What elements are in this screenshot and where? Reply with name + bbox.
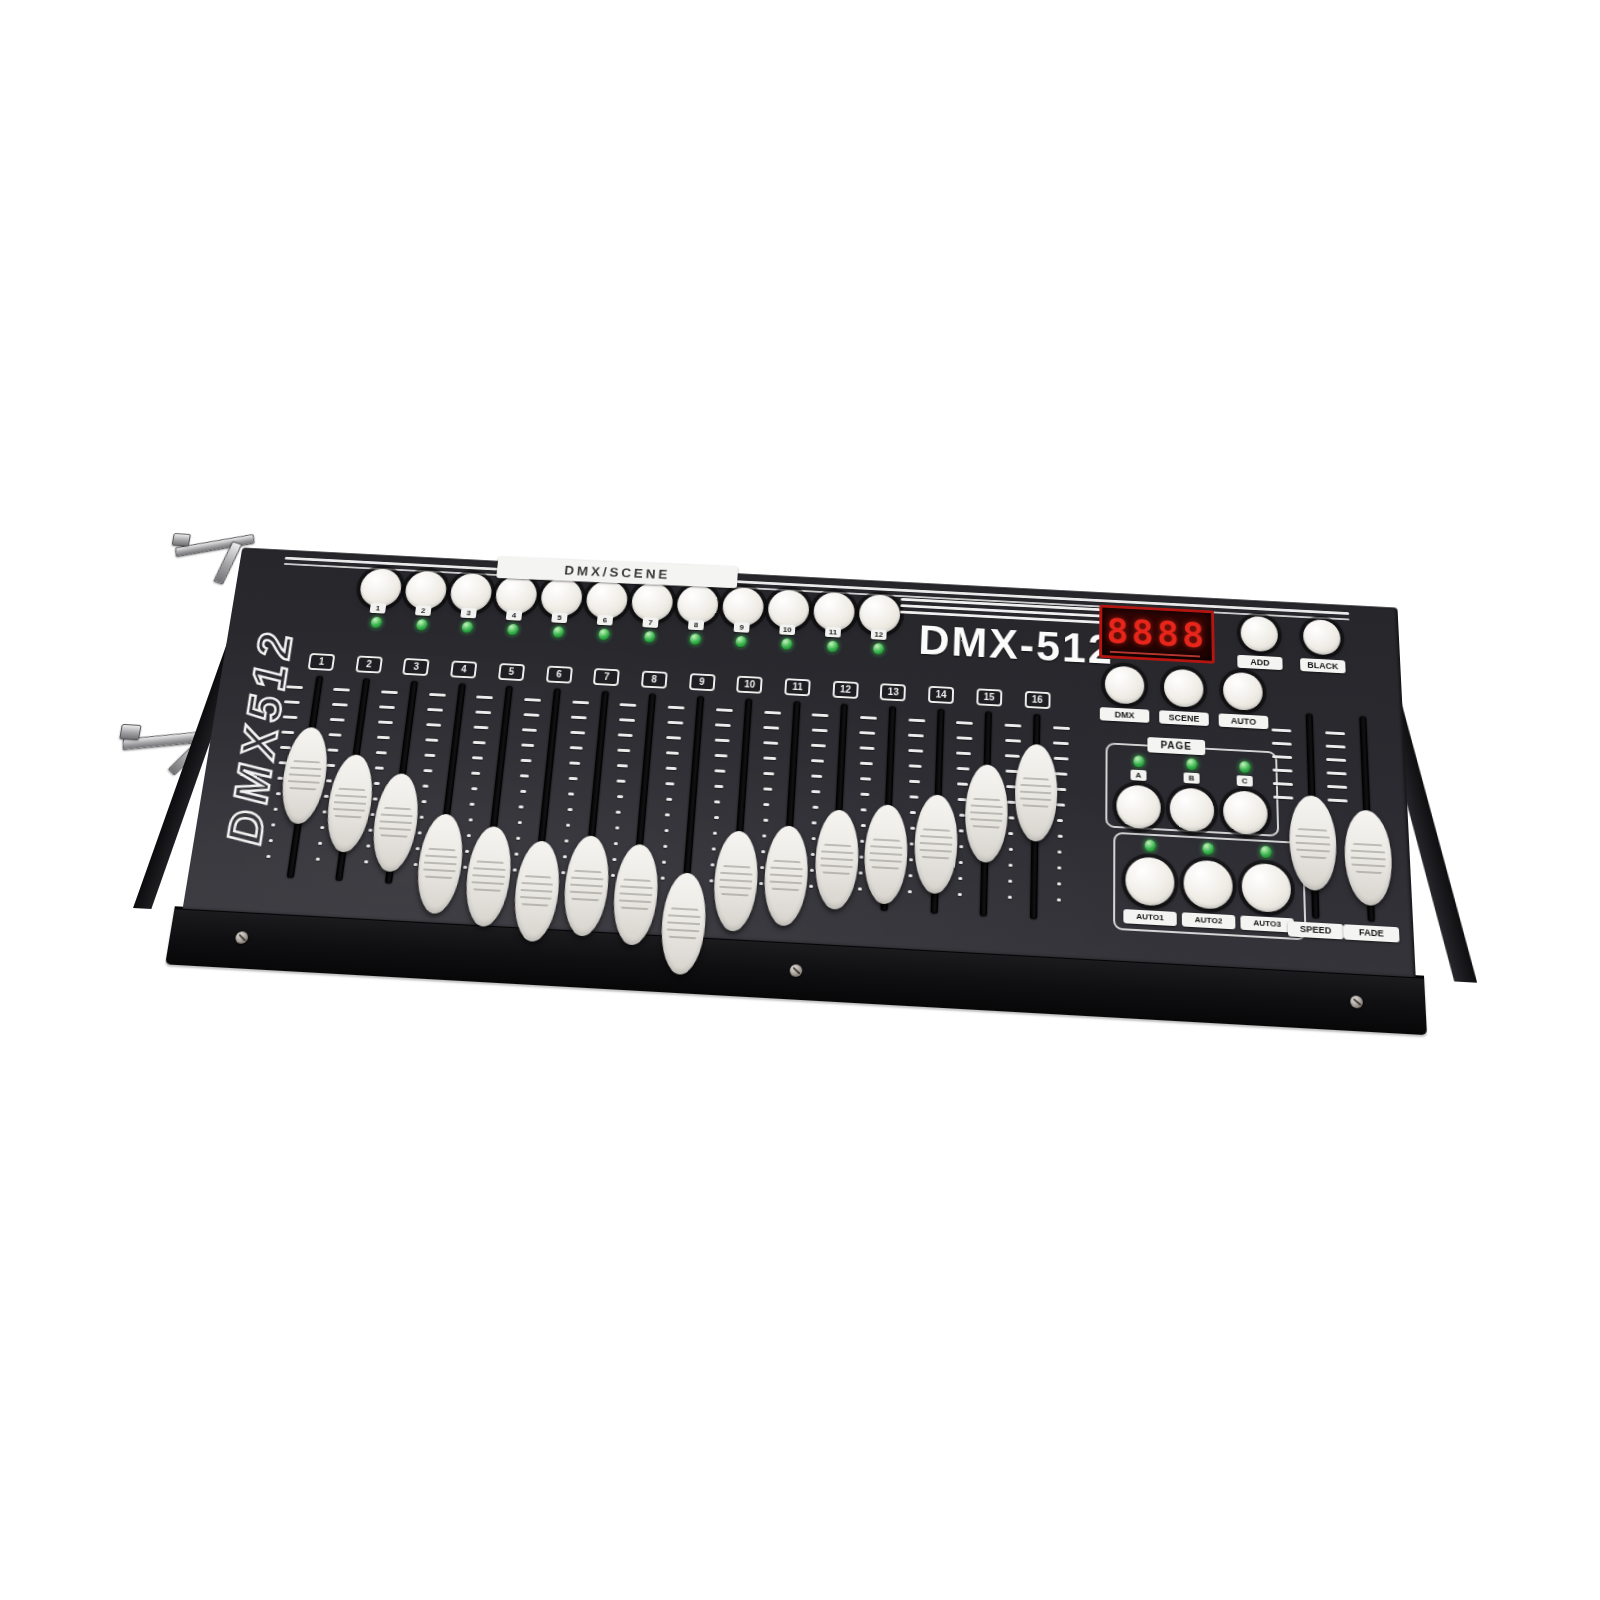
scene-number-chip: 9 — [734, 622, 750, 633]
green-led-icon — [506, 624, 518, 636]
fader-track[interactable] — [286, 676, 323, 879]
channel-number-chip: 12 — [832, 681, 858, 699]
auto-key-column: AUTO1 — [1123, 838, 1176, 926]
mode-scene-button[interactable] — [1164, 668, 1204, 707]
fader-track[interactable] — [632, 693, 657, 897]
mode-auto-button[interactable] — [1223, 672, 1263, 711]
scene-button-column: 3 — [445, 573, 495, 634]
channel-fader-column: 15 — [959, 688, 1013, 918]
add-button-label: ADD — [1237, 655, 1282, 670]
auto1-button[interactable] — [1125, 856, 1174, 907]
speed-fader-cap[interactable] — [1288, 794, 1338, 891]
auto3-label: AUTO3 — [1240, 915, 1294, 932]
scene-number-chip: 8 — [688, 620, 704, 631]
channel-number-chip: 14 — [928, 686, 954, 704]
auto-key-column: AUTO2 — [1181, 841, 1235, 929]
green-led-icon — [735, 636, 746, 648]
fader-track[interactable] — [582, 691, 608, 895]
add-button[interactable] — [1240, 616, 1278, 653]
display-digits: 8888 — [1102, 610, 1212, 656]
scene-flash-button[interactable] — [767, 589, 810, 629]
scene-flash-button[interactable] — [358, 568, 404, 608]
scene-flash-button[interactable] — [539, 577, 583, 617]
master-fader-column: SPEED — [1282, 712, 1344, 939]
auto3-button[interactable] — [1241, 862, 1291, 913]
channel-number-chip: 11 — [784, 678, 811, 696]
green-led-icon — [415, 619, 427, 631]
scene-button-column: 2 — [399, 570, 449, 631]
mode-dmx-label: DMX — [1100, 707, 1150, 723]
scene-button-column: 11 — [810, 592, 856, 653]
mode-auto-label: AUTO — [1219, 713, 1269, 729]
mode-dmx-button[interactable] — [1105, 665, 1145, 704]
page-key-chip: B — [1184, 772, 1200, 783]
auto1-label: AUTO1 — [1123, 909, 1176, 926]
control-panel: DMX512 DMX/SCENE 123456789101112 DMX-512… — [183, 547, 1416, 977]
fader-cap[interactable] — [1014, 743, 1058, 842]
scene-button-column: 9 — [719, 587, 766, 648]
scene-number-chip: 3 — [460, 608, 477, 619]
scene-button-column: 7 — [627, 582, 675, 643]
fader-track[interactable] — [831, 704, 849, 909]
speed-fader-label: SPEED — [1288, 921, 1344, 939]
mode-button-column: AUTO — [1218, 671, 1269, 729]
scene-flash-button[interactable] — [813, 592, 856, 632]
channel-number-chip: 4 — [450, 661, 477, 679]
fader-cap[interactable] — [762, 825, 811, 927]
channel-number-chip: 9 — [689, 673, 716, 691]
screw-icon — [235, 931, 249, 944]
mode-button-column: SCENE — [1159, 668, 1209, 726]
scene-number-chip: 11 — [825, 627, 841, 638]
seven-segment-display: 8888 — [1099, 605, 1215, 664]
scene-button-column: 10 — [765, 589, 811, 650]
scene-number-chip: 1 — [370, 603, 387, 614]
green-led-icon — [689, 633, 701, 645]
dmx-controller: DMX512 DMX/SCENE 123456789101112 DMX-512… — [174, 547, 1419, 1031]
green-led-icon — [1144, 839, 1155, 851]
page-group-label: PAGE — [1147, 737, 1205, 755]
scene-button-column: 8 — [673, 584, 720, 645]
channel-fader-column: 13 — [859, 683, 917, 913]
fader-cap[interactable] — [560, 835, 612, 938]
channel-number-chip: 13 — [880, 683, 906, 701]
fader-cap[interactable] — [610, 843, 661, 946]
channel-number-chip: 6 — [545, 666, 572, 684]
page-key-chip: A — [1131, 770, 1147, 781]
fade-fader-track[interactable] — [1359, 716, 1375, 922]
scene-button-column: 1 — [354, 568, 404, 629]
fade-fader-cap[interactable] — [1343, 809, 1394, 907]
scene-number-chip: 6 — [597, 615, 613, 626]
screw-icon — [1350, 995, 1363, 1008]
scene-button-column: 5 — [536, 577, 585, 638]
fader-track[interactable] — [335, 678, 370, 881]
scene-flash-button[interactable] — [403, 570, 448, 610]
channel-fader-column: 14 — [909, 685, 965, 915]
product-photo-background: DMX512 DMX/SCENE 123456789101112 DMX-512… — [0, 0, 1600, 1600]
auto2-label: AUTO2 — [1182, 912, 1236, 929]
scene-flash-button[interactable] — [858, 594, 900, 634]
scene-number-chip: 2 — [415, 605, 432, 616]
channel-number-chip: 15 — [976, 688, 1002, 706]
scene-flash-button[interactable] — [676, 584, 720, 624]
fader-cap[interactable] — [510, 840, 563, 943]
fader-track[interactable] — [930, 709, 944, 914]
channel-fader-column: 16 — [1009, 690, 1061, 920]
black-button-label: BLACK — [1300, 658, 1346, 673]
fader-cap[interactable] — [461, 825, 515, 927]
fade-fader-label: FADE — [1343, 924, 1399, 942]
green-led-icon — [598, 629, 610, 641]
fader-track[interactable] — [731, 699, 752, 903]
fader-cap[interactable] — [711, 830, 761, 932]
scene-flash-button[interactable] — [449, 573, 494, 613]
channel-number-chip: 3 — [403, 658, 431, 676]
fader-track[interactable] — [434, 683, 466, 886]
fader-cap[interactable] — [813, 809, 861, 911]
fader-track[interactable] — [1030, 714, 1040, 920]
bracket-foot — [119, 724, 141, 740]
fader-cap[interactable] — [913, 794, 959, 895]
green-led-icon — [781, 638, 792, 650]
bracket-foot — [172, 533, 191, 546]
fader-cap[interactable] — [369, 773, 424, 873]
master-fader-column: FADE — [1335, 715, 1399, 943]
channel-number-chip: 5 — [498, 663, 525, 681]
main-logo-text: DMX-512 — [898, 616, 1133, 674]
green-led-icon — [1239, 761, 1250, 773]
page-key-column: A — [1116, 754, 1160, 829]
scene-button-column: 4 — [490, 575, 539, 636]
scene-flash-button[interactable] — [630, 582, 674, 622]
scene-flash-button[interactable] — [494, 575, 539, 615]
green-led-icon — [370, 617, 382, 628]
scene-button-column: 6 — [582, 580, 630, 641]
channel-number-chip: 16 — [1024, 691, 1050, 709]
top-right-button-column: ADD — [1236, 615, 1282, 670]
top-right-button-column: BLACK — [1299, 619, 1346, 674]
channel-number-chip: 2 — [355, 655, 383, 673]
mode-scene-label: SCENE — [1159, 710, 1209, 726]
page-a-button[interactable] — [1116, 784, 1160, 829]
fader-track[interactable] — [880, 706, 896, 911]
page-key-column: B — [1169, 757, 1214, 832]
channel-number-chip: 8 — [641, 671, 668, 689]
page-key-column: C — [1222, 760, 1268, 835]
fader-track[interactable] — [681, 696, 704, 900]
scene-number-chip: 12 — [871, 629, 887, 640]
scene-number-chip: 5 — [551, 612, 568, 623]
green-led-icon — [1202, 843, 1213, 855]
fader-cap[interactable] — [863, 804, 910, 905]
green-led-icon — [872, 643, 883, 655]
black-button[interactable] — [1303, 619, 1341, 656]
fader-track[interactable] — [483, 686, 513, 889]
fader-cap[interactable] — [964, 764, 1009, 864]
green-led-icon — [1186, 758, 1197, 770]
scene-number-chip: 7 — [642, 617, 658, 628]
scene-number-chip: 10 — [779, 624, 795, 635]
fader-track[interactable] — [533, 688, 561, 892]
fader-track[interactable] — [781, 701, 800, 906]
green-led-icon — [1133, 755, 1144, 767]
channel-number-chip: 10 — [736, 676, 763, 694]
screw-icon — [789, 964, 802, 977]
green-led-icon — [827, 641, 838, 653]
page-key-chip: C — [1237, 775, 1253, 786]
channel-number-chip: 1 — [308, 653, 336, 671]
page-c-button[interactable] — [1223, 790, 1268, 835]
scene-flash-button[interactable] — [721, 587, 764, 627]
green-led-icon — [1260, 846, 1271, 858]
mode-button-column: DMX — [1100, 665, 1150, 723]
speed-fader-track[interactable] — [1305, 713, 1319, 919]
fader-track[interactable] — [385, 681, 418, 884]
channel-number-chip: 7 — [593, 668, 620, 686]
scene-number-chip: 4 — [506, 610, 523, 621]
scene-button-column: 12 — [856, 594, 901, 656]
scene-flash-button-row: 123456789101112 — [242, 547, 1397, 607]
green-led-icon — [552, 626, 564, 638]
green-led-icon — [461, 621, 473, 633]
auto2-button[interactable] — [1183, 859, 1233, 910]
scene-flash-button[interactable] — [585, 580, 629, 620]
green-led-icon — [643, 631, 655, 643]
page-b-button[interactable] — [1170, 787, 1215, 832]
fader-track[interactable] — [980, 711, 992, 916]
fader-cap[interactable] — [413, 813, 467, 915]
